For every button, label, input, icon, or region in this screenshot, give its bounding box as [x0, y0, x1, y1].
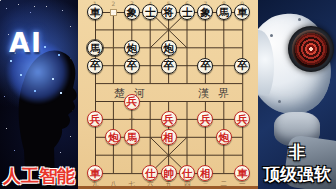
piece-red-f5r6[interactable]: 兵 [161, 111, 177, 127]
piece-black-f3r0[interactable]: 象 [124, 4, 140, 20]
robot-eye-icon [292, 30, 330, 68]
piece-black-f5r3[interactable]: 卒 [161, 58, 177, 74]
board-bottom-edge [78, 186, 258, 189]
piece-red-f3r7[interactable]: 馬 [124, 129, 140, 145]
piece-red-f2r7[interactable]: 炮 [105, 129, 121, 145]
piece-red-f5r9[interactable]: 帥 [161, 165, 177, 181]
caption-top-engine: 顶级强软 [258, 163, 336, 186]
last-move-from-marker [110, 9, 117, 16]
piece-red-f1r9[interactable]: 車 [87, 165, 103, 181]
caption-artificial-intelligence: 人工智能 [0, 164, 78, 188]
caption-fei: 非 [258, 141, 336, 164]
piece-black-f6r0[interactable]: 士 [179, 4, 195, 20]
piece-black-f9r0[interactable]: 車 [234, 4, 250, 20]
piece-black-f3r2[interactable]: 炮 [124, 40, 140, 56]
piece-red-f9r9[interactable]: 車 [234, 165, 250, 181]
board-point-marker: + [127, 115, 137, 123]
piece-black-f1r3[interactable]: 卒 [87, 58, 103, 74]
piece-red-f8r7[interactable]: 炮 [216, 129, 232, 145]
piece-red-f6r9[interactable]: 仕 [179, 165, 195, 181]
piece-black-f5r0[interactable]: 将 [161, 4, 177, 20]
robot-screw-icon [270, 34, 273, 37]
piece-red-f5r7[interactable]: 相 [161, 129, 177, 145]
piece-red-f3r5[interactable]: 兵 [124, 94, 140, 110]
piece-black-f9r3[interactable]: 卒 [234, 58, 250, 74]
piece-black-f7r3[interactable]: 卒 [197, 58, 213, 74]
stage: AI 人工智能 [0, 0, 336, 189]
piece-black-f8r0[interactable]: 馬 [216, 4, 232, 20]
file-label-top: 2 [108, 0, 118, 7]
robot-eye-socket [288, 26, 334, 72]
river-label-han-jie: 漢界 [198, 86, 238, 101]
robot-screw-icon [298, 18, 301, 21]
ai-logo-text: AI [9, 27, 42, 58]
piece-red-f7r9[interactable]: 相 [197, 165, 213, 181]
xiangqi-board: 楚河 漢界 ++++++++++++++車象士将士象馬車馬炮炮卒卒卒卒卒兵兵兵兵… [78, 0, 258, 189]
piece-red-f4r9[interactable]: 仕 [142, 165, 158, 181]
piece-black-f1r0[interactable]: 車 [87, 4, 103, 20]
piece-black-f7r0[interactable]: 象 [197, 4, 213, 20]
piece-red-f7r6[interactable]: 兵 [197, 111, 213, 127]
piece-red-f9r6[interactable]: 兵 [234, 111, 250, 127]
piece-black-f1r2[interactable]: 馬 [87, 40, 103, 56]
left-panel-human-ai: AI 人工智能 [0, 0, 78, 189]
robot-screw-icon [278, 100, 281, 103]
piece-black-f3r3[interactable]: 卒 [124, 58, 140, 74]
board-point-marker: + [108, 44, 118, 52]
board-point-marker: + [219, 44, 229, 52]
piece-black-f5r2[interactable]: 炮 [161, 40, 177, 56]
right-panel-robot: 非 顶级强软 [258, 0, 336, 189]
